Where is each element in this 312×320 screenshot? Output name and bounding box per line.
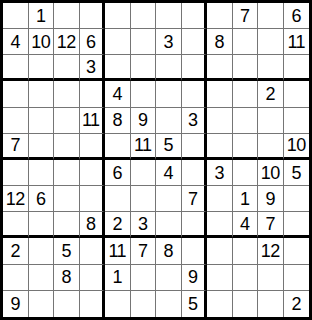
cell-r2c6[interactable] [131, 29, 157, 55]
cell-r5c12[interactable] [284, 108, 310, 134]
cell-r1c1[interactable] [3, 3, 29, 29]
cell-r6c11[interactable] [258, 134, 284, 160]
cell-r5c9[interactable] [207, 108, 233, 134]
cell-r10c8[interactable] [182, 238, 208, 264]
cell-r5c11[interactable] [258, 108, 284, 134]
cell-r10c10[interactable] [233, 238, 259, 264]
cell-r8c9[interactable] [207, 186, 233, 212]
cell-r10c1[interactable]: 2 [3, 238, 29, 264]
cell-r10c2[interactable] [29, 238, 55, 264]
cell-r2c7[interactable]: 3 [156, 29, 182, 55]
cell-r6c6[interactable]: 11 [131, 134, 157, 160]
cell-r6c8[interactable] [182, 134, 208, 160]
cell-r5c10[interactable] [233, 108, 259, 134]
cell-r10c3[interactable]: 5 [54, 238, 80, 264]
cell-r6c5[interactable] [105, 134, 131, 160]
cell-r11c6[interactable] [131, 265, 157, 291]
cell-r4c1[interactable] [3, 81, 29, 107]
cell-r4c6[interactable] [131, 81, 157, 107]
cell-r10c4[interactable] [80, 238, 106, 264]
cell-r7c10[interactable] [233, 160, 259, 186]
cell-r4c12[interactable] [284, 81, 310, 107]
cell-r9c6[interactable]: 3 [131, 212, 157, 238]
cell-r9c1[interactable] [3, 212, 29, 238]
cell-r12c5[interactable] [105, 291, 131, 317]
cell-r4c9[interactable] [207, 81, 233, 107]
cell-r9c4[interactable]: 8 [80, 212, 106, 238]
cell-r7c8[interactable] [182, 160, 208, 186]
cell-r8c4[interactable] [80, 186, 106, 212]
cell-r11c11[interactable] [258, 265, 284, 291]
cell-r9c10[interactable]: 4 [233, 212, 259, 238]
cell-r7c2[interactable] [29, 160, 55, 186]
cell-r8c8[interactable]: 7 [182, 186, 208, 212]
cell-r8c1[interactable]: 12 [3, 186, 29, 212]
cell-r2c11[interactable] [258, 29, 284, 55]
cell-r12c2[interactable] [29, 291, 55, 317]
cell-r6c4[interactable] [80, 134, 106, 160]
cell-r9c9[interactable] [207, 212, 233, 238]
cell-r12c7[interactable] [156, 291, 182, 317]
cell-r10c6[interactable]: 7 [131, 238, 157, 264]
cell-r5c5[interactable]: 8 [105, 108, 131, 134]
cell-r7c3[interactable] [54, 160, 80, 186]
cell-r2c1[interactable]: 4 [3, 29, 29, 55]
cell-r1c12[interactable]: 6 [284, 3, 310, 29]
cell-r11c7[interactable] [156, 265, 182, 291]
cell-r1c9[interactable] [207, 3, 233, 29]
cell-r1c10[interactable]: 7 [233, 3, 259, 29]
cell-r1c8[interactable] [182, 3, 208, 29]
cell-r2c2[interactable]: 10 [29, 29, 55, 55]
cell-r9c2[interactable] [29, 212, 55, 238]
cell-r5c3[interactable] [54, 108, 80, 134]
cell-r9c7[interactable] [156, 212, 182, 238]
cell-r12c1[interactable]: 9 [3, 291, 29, 317]
cell-r8c5[interactable] [105, 186, 131, 212]
cell-r5c8[interactable]: 3 [182, 108, 208, 134]
cell-r6c12[interactable]: 10 [284, 134, 310, 160]
cell-r6c2[interactable] [29, 134, 55, 160]
cell-r12c6[interactable] [131, 291, 157, 317]
cell-r7c6[interactable] [131, 160, 157, 186]
cell-r3c1[interactable] [3, 55, 29, 81]
cell-r7c1[interactable] [3, 160, 29, 186]
cell-r7c7[interactable]: 4 [156, 160, 182, 186]
cell-r3c11[interactable] [258, 55, 284, 81]
cell-r4c11[interactable]: 2 [258, 81, 284, 107]
cell-r12c3[interactable] [54, 291, 80, 317]
cell-r3c6[interactable] [131, 55, 157, 81]
cell-r12c8[interactable]: 5 [182, 291, 208, 317]
cell-r6c7[interactable]: 5 [156, 134, 182, 160]
cell-r7c4[interactable] [80, 160, 106, 186]
cell-r3c7[interactable] [156, 55, 182, 81]
cell-r9c12[interactable] [284, 212, 310, 238]
cell-r11c12[interactable] [284, 265, 310, 291]
cell-r11c3[interactable]: 8 [54, 265, 80, 291]
cell-r3c5[interactable] [105, 55, 131, 81]
cell-r6c9[interactable] [207, 134, 233, 160]
cell-r3c3[interactable] [54, 55, 80, 81]
cell-r4c4[interactable] [80, 81, 106, 107]
cell-r5c4[interactable]: 11 [80, 108, 106, 134]
cell-r11c9[interactable] [207, 265, 233, 291]
cell-r9c11[interactable]: 7 [258, 212, 284, 238]
cell-r2c4[interactable]: 6 [80, 29, 106, 55]
cell-r2c12[interactable]: 11 [284, 29, 310, 55]
cell-r1c6[interactable] [131, 3, 157, 29]
cell-r4c7[interactable] [156, 81, 182, 107]
cell-r11c4[interactable] [80, 265, 106, 291]
cell-r8c6[interactable] [131, 186, 157, 212]
cell-r3c9[interactable] [207, 55, 233, 81]
cell-r11c10[interactable] [233, 265, 259, 291]
cell-r6c3[interactable] [54, 134, 80, 160]
sudoku-board: 1764101263811342118937115106431051267198… [0, 0, 312, 320]
cell-r3c10[interactable] [233, 55, 259, 81]
cell-r9c8[interactable] [182, 212, 208, 238]
cell-r8c12[interactable] [284, 186, 310, 212]
cell-r8c10[interactable]: 1 [233, 186, 259, 212]
cell-r6c1[interactable]: 7 [3, 134, 29, 160]
cell-r10c11[interactable]: 12 [258, 238, 284, 264]
cell-r5c1[interactable] [3, 108, 29, 134]
cell-r3c12[interactable] [284, 55, 310, 81]
cell-r3c2[interactable] [29, 55, 55, 81]
cell-r11c8[interactable]: 9 [182, 265, 208, 291]
cell-r1c11[interactable] [258, 3, 284, 29]
cell-r8c2[interactable]: 6 [29, 186, 55, 212]
cell-r10c12[interactable] [284, 238, 310, 264]
cell-r1c2[interactable]: 1 [29, 3, 55, 29]
cell-r2c3[interactable]: 12 [54, 29, 80, 55]
cell-r3c8[interactable] [182, 55, 208, 81]
cell-r9c3[interactable] [54, 212, 80, 238]
cell-r12c12[interactable]: 2 [284, 291, 310, 317]
cell-r4c8[interactable] [182, 81, 208, 107]
cell-r12c11[interactable] [258, 291, 284, 317]
cell-r7c5[interactable]: 6 [105, 160, 131, 186]
cell-r7c11[interactable]: 10 [258, 160, 284, 186]
cell-r1c4[interactable] [80, 3, 106, 29]
cell-r10c7[interactable]: 8 [156, 238, 182, 264]
cell-r9c5[interactable]: 2 [105, 212, 131, 238]
cell-r12c10[interactable] [233, 291, 259, 317]
cell-r7c12[interactable]: 5 [284, 160, 310, 186]
cell-r4c10[interactable] [233, 81, 259, 107]
cell-r1c3[interactable] [54, 3, 80, 29]
cell-r5c2[interactable] [29, 108, 55, 134]
cell-r4c2[interactable] [29, 81, 55, 107]
cell-r4c5[interactable]: 4 [105, 81, 131, 107]
cell-r10c9[interactable] [207, 238, 233, 264]
cell-r4c3[interactable] [54, 81, 80, 107]
cell-r2c8[interactable] [182, 29, 208, 55]
cell-r7c9[interactable]: 3 [207, 160, 233, 186]
cell-r12c9[interactable] [207, 291, 233, 317]
cell-r6c10[interactable] [233, 134, 259, 160]
cell-r8c7[interactable] [156, 186, 182, 212]
cell-r2c10[interactable] [233, 29, 259, 55]
cell-r1c7[interactable] [156, 3, 182, 29]
cell-r2c9[interactable]: 8 [207, 29, 233, 55]
cell-r11c5[interactable]: 1 [105, 265, 131, 291]
cell-r1c5[interactable] [105, 3, 131, 29]
cell-r11c2[interactable] [29, 265, 55, 291]
cell-r2c5[interactable] [105, 29, 131, 55]
cell-r11c1[interactable] [3, 265, 29, 291]
cell-r10c5[interactable]: 11 [105, 238, 131, 264]
cell-r8c3[interactable] [54, 186, 80, 212]
cell-r3c4[interactable]: 3 [80, 55, 106, 81]
cell-r5c6[interactable]: 9 [131, 108, 157, 134]
cell-r5c7[interactable] [156, 108, 182, 134]
cell-r12c4[interactable] [80, 291, 106, 317]
cell-r8c11[interactable]: 9 [258, 186, 284, 212]
